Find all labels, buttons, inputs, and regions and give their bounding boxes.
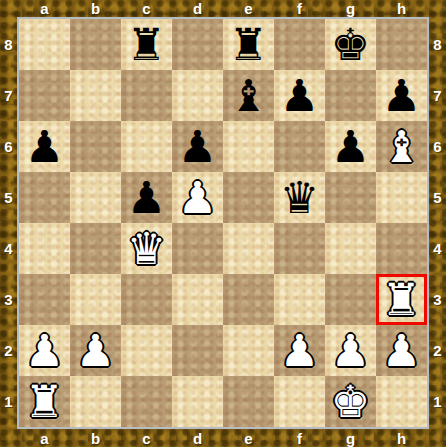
file-label-e: e — [223, 0, 274, 17]
square-a6[interactable]: ♟ — [19, 121, 70, 172]
rank-label-6: 6 — [0, 121, 17, 172]
square-g4[interactable] — [325, 223, 376, 274]
square-f2[interactable]: ♟ — [274, 325, 325, 376]
square-c3[interactable] — [121, 274, 172, 325]
file-label-d: d — [172, 0, 223, 17]
square-e4[interactable] — [223, 223, 274, 274]
rank-label-4: 4 — [429, 223, 446, 274]
square-b6[interactable] — [70, 121, 121, 172]
piece-white-pawn[interactable]: ♟ — [70, 325, 121, 376]
square-b5[interactable] — [70, 172, 121, 223]
square-f5[interactable]: ♛ — [274, 172, 325, 223]
piece-black-rook[interactable]: ♜ — [121, 19, 172, 70]
rank-label-7: 7 — [0, 70, 17, 121]
piece-white-bishop[interactable]: ♝ — [376, 121, 427, 172]
square-b1[interactable] — [70, 376, 121, 427]
square-b3[interactable] — [70, 274, 121, 325]
piece-white-pawn[interactable]: ♟ — [325, 325, 376, 376]
square-g7[interactable] — [325, 70, 376, 121]
file-labels-bottom: abcdefgh — [19, 429, 427, 447]
square-b8[interactable] — [70, 19, 121, 70]
square-d1[interactable] — [172, 376, 223, 427]
square-b2[interactable]: ♟ — [70, 325, 121, 376]
square-d4[interactable] — [172, 223, 223, 274]
square-b4[interactable] — [70, 223, 121, 274]
piece-white-rook[interactable]: ♜ — [19, 376, 70, 427]
file-label-c: c — [121, 429, 172, 447]
piece-black-pawn[interactable]: ♟ — [274, 70, 325, 121]
piece-black-queen[interactable]: ♛ — [274, 172, 325, 223]
square-d2[interactable] — [172, 325, 223, 376]
square-f4[interactable] — [274, 223, 325, 274]
rank-label-2: 2 — [429, 325, 446, 376]
file-label-e: e — [223, 429, 274, 447]
rank-label-8: 8 — [429, 19, 446, 70]
square-g3[interactable] — [325, 274, 376, 325]
rank-labels-right: 87654321 — [429, 19, 446, 427]
square-c5[interactable]: ♟ — [121, 172, 172, 223]
piece-black-rook[interactable]: ♜ — [223, 19, 274, 70]
piece-white-pawn[interactable]: ♟ — [19, 325, 70, 376]
rank-label-1: 1 — [429, 376, 446, 427]
square-a5[interactable] — [19, 172, 70, 223]
square-d8[interactable] — [172, 19, 223, 70]
piece-white-pawn[interactable]: ♟ — [274, 325, 325, 376]
square-h8[interactable] — [376, 19, 427, 70]
rank-label-4: 4 — [0, 223, 17, 274]
square-g2[interactable]: ♟ — [325, 325, 376, 376]
square-c8[interactable]: ♜ — [121, 19, 172, 70]
piece-white-pawn[interactable]: ♟ — [376, 325, 427, 376]
rank-labels-left: 87654321 — [0, 19, 17, 427]
rank-label-5: 5 — [429, 172, 446, 223]
square-d5[interactable]: ♟ — [172, 172, 223, 223]
file-label-c: c — [121, 0, 172, 17]
square-c2[interactable] — [121, 325, 172, 376]
file-label-f: f — [274, 429, 325, 447]
rank-label-3: 3 — [0, 274, 17, 325]
square-h6[interactable]: ♝ — [376, 121, 427, 172]
square-h5[interactable] — [376, 172, 427, 223]
square-f3[interactable] — [274, 274, 325, 325]
file-label-g: g — [325, 0, 376, 17]
square-f1[interactable] — [274, 376, 325, 427]
square-d7[interactable] — [172, 70, 223, 121]
square-b7[interactable] — [70, 70, 121, 121]
square-h3[interactable]: ♜ — [376, 274, 427, 325]
square-h2[interactable]: ♟ — [376, 325, 427, 376]
square-d6[interactable]: ♟ — [172, 121, 223, 172]
square-e6[interactable] — [223, 121, 274, 172]
square-e5[interactable] — [223, 172, 274, 223]
square-f8[interactable] — [274, 19, 325, 70]
square-g5[interactable] — [325, 172, 376, 223]
square-c6[interactable] — [121, 121, 172, 172]
rank-label-6: 6 — [429, 121, 446, 172]
piece-white-king[interactable]: ♚ — [325, 376, 376, 427]
square-f7[interactable]: ♟ — [274, 70, 325, 121]
rank-label-8: 8 — [0, 19, 17, 70]
piece-black-bishop[interactable]: ♝ — [223, 70, 274, 121]
square-a3[interactable] — [19, 274, 70, 325]
rank-label-3: 3 — [429, 274, 446, 325]
square-f6[interactable] — [274, 121, 325, 172]
square-e7[interactable]: ♝ — [223, 70, 274, 121]
piece-black-king[interactable]: ♚ — [325, 19, 376, 70]
file-label-f: f — [274, 0, 325, 17]
square-g6[interactable]: ♟ — [325, 121, 376, 172]
square-g1[interactable]: ♚ — [325, 376, 376, 427]
piece-black-pawn[interactable]: ♟ — [19, 121, 70, 172]
square-h7[interactable]: ♟ — [376, 70, 427, 121]
square-e2[interactable] — [223, 325, 274, 376]
square-h4[interactable] — [376, 223, 427, 274]
square-a7[interactable] — [19, 70, 70, 121]
square-c1[interactable] — [121, 376, 172, 427]
piece-black-pawn[interactable]: ♟ — [121, 172, 172, 223]
chessboard-window: abcdefgh 87654321 ♜♜♚♝♟♟♟♟♟♝♟♟♛♛♜♟♟♟♟♟♜♚… — [0, 0, 446, 447]
file-label-b: b — [70, 0, 121, 17]
square-a2[interactable]: ♟ — [19, 325, 70, 376]
square-a8[interactable] — [19, 19, 70, 70]
rank-label-2: 2 — [0, 325, 17, 376]
file-label-h: h — [376, 0, 427, 17]
square-h1[interactable] — [376, 376, 427, 427]
piece-white-pawn[interactable]: ♟ — [172, 172, 223, 223]
square-c7[interactable] — [121, 70, 172, 121]
file-label-a: a — [19, 429, 70, 447]
rank-label-5: 5 — [0, 172, 17, 223]
file-label-a: a — [19, 0, 70, 17]
file-label-b: b — [70, 429, 121, 447]
piece-white-rook[interactable]: ♜ — [376, 274, 427, 325]
square-a4[interactable] — [19, 223, 70, 274]
file-labels-top: abcdefgh — [19, 0, 427, 17]
square-e1[interactable] — [223, 376, 274, 427]
rank-label-7: 7 — [429, 70, 446, 121]
file-label-g: g — [325, 429, 376, 447]
piece-black-pawn[interactable]: ♟ — [325, 121, 376, 172]
square-e8[interactable]: ♜ — [223, 19, 274, 70]
square-d3[interactable] — [172, 274, 223, 325]
piece-black-pawn[interactable]: ♟ — [376, 70, 427, 121]
square-a1[interactable]: ♜ — [19, 376, 70, 427]
chess-board[interactable]: ♜♜♚♝♟♟♟♟♟♝♟♟♛♛♜♟♟♟♟♟♜♚ — [17, 17, 429, 429]
piece-white-queen[interactable]: ♛ — [121, 223, 172, 274]
square-c4[interactable]: ♛ — [121, 223, 172, 274]
file-label-h: h — [376, 429, 427, 447]
piece-black-pawn[interactable]: ♟ — [172, 121, 223, 172]
rank-label-1: 1 — [0, 376, 17, 427]
square-e3[interactable] — [223, 274, 274, 325]
file-label-d: d — [172, 429, 223, 447]
square-g8[interactable]: ♚ — [325, 19, 376, 70]
